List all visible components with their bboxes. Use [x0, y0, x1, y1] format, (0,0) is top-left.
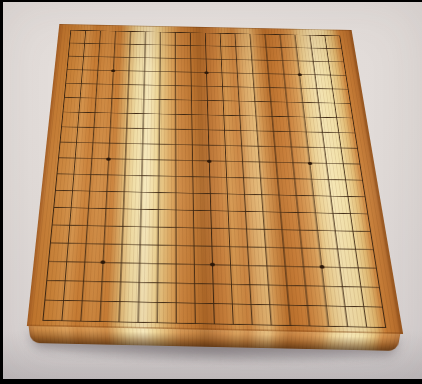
intersection-f8[interactable] [133, 184, 151, 201]
intersection-l6[interactable] [220, 220, 238, 238]
intersection-n4[interactable] [257, 256, 277, 275]
intersection-d5[interactable] [95, 235, 114, 254]
intersection-q5[interactable] [310, 239, 330, 258]
intersection-t9[interactable] [353, 172, 373, 189]
intersection-o18[interactable] [258, 41, 274, 54]
intersection-f2[interactable] [129, 292, 148, 312]
intersection-f19[interactable] [138, 25, 153, 38]
intersection-l10[interactable] [217, 153, 234, 169]
intersection-k14[interactable] [199, 93, 215, 108]
intersection-n13[interactable] [248, 109, 265, 124]
intersection-k8[interactable] [201, 185, 219, 202]
intersection-o2[interactable] [278, 295, 299, 315]
intersection-a5[interactable] [40, 234, 60, 253]
intersection-a15[interactable] [57, 76, 74, 90]
intersection-o4[interactable] [275, 257, 295, 276]
intersection-c5[interactable] [77, 234, 96, 253]
intersection-a4[interactable] [38, 252, 58, 271]
intersection-g14[interactable] [152, 92, 168, 107]
intersection-t7[interactable] [358, 205, 378, 223]
intersection-p7[interactable] [288, 204, 307, 222]
intersection-n1[interactable] [261, 315, 282, 334]
intersection-m7[interactable] [236, 203, 254, 221]
intersection-l17[interactable] [213, 53, 229, 67]
intersection-j5[interactable] [185, 237, 203, 256]
intersection-t16[interactable] [337, 68, 355, 82]
intersection-b18[interactable] [77, 37, 93, 50]
intersection-h14[interactable] [168, 93, 184, 108]
intersection-k4[interactable] [203, 255, 222, 274]
intersection-a9[interactable] [48, 166, 67, 183]
intersection-n8[interactable] [253, 186, 271, 203]
intersection-l18[interactable] [213, 40, 229, 53]
intersection-d13[interactable] [103, 106, 120, 121]
intersection-h5[interactable] [167, 236, 185, 255]
intersection-a14[interactable] [56, 90, 73, 105]
intersection-h2[interactable] [167, 293, 186, 313]
intersection-l14[interactable] [215, 94, 232, 109]
intersection-m5[interactable] [238, 238, 257, 257]
intersection-h8[interactable] [167, 184, 184, 201]
intersection-d8[interactable] [98, 183, 116, 200]
intersection-j14[interactable] [183, 93, 199, 108]
intersection-a2[interactable] [34, 290, 55, 310]
intersection-a3[interactable] [36, 271, 56, 291]
intersection-t18[interactable] [333, 42, 350, 55]
intersection-l13[interactable] [216, 108, 233, 123]
intersection-d14[interactable] [104, 91, 121, 106]
intersection-l8[interactable] [218, 185, 236, 202]
intersection-m4[interactable] [239, 256, 258, 275]
intersection-f10[interactable] [134, 151, 151, 167]
intersection-o3[interactable] [277, 276, 297, 296]
intersection-m14[interactable] [231, 94, 248, 109]
intersection-m3[interactable] [240, 275, 260, 295]
intersection-n2[interactable] [260, 295, 280, 315]
intersection-p19[interactable] [272, 28, 288, 41]
intersection-b2[interactable] [53, 290, 73, 310]
intersection-g5[interactable] [149, 236, 167, 255]
intersection-k16[interactable] [199, 66, 215, 80]
intersection-e10[interactable] [117, 151, 134, 167]
intersection-t12[interactable] [346, 125, 365, 140]
intersection-o15[interactable] [261, 80, 278, 94]
intersection-j6[interactable] [185, 219, 203, 237]
intersection-g16[interactable] [152, 65, 168, 79]
intersection-h11[interactable] [167, 137, 184, 153]
intersection-p1[interactable] [299, 316, 320, 334]
intersection-k18[interactable] [198, 39, 214, 52]
intersection-g2[interactable] [148, 292, 167, 312]
intersection-g12[interactable] [151, 121, 167, 136]
intersection-q10[interactable] [300, 155, 319, 171]
intersection-h7[interactable] [167, 201, 185, 219]
intersection-l19[interactable] [212, 27, 228, 40]
intersection-a17[interactable] [60, 49, 77, 63]
intersection-d11[interactable] [101, 135, 118, 151]
intersection-q2[interactable] [316, 296, 337, 316]
intersection-t6[interactable] [360, 223, 381, 241]
intersection-g6[interactable] [149, 218, 167, 236]
intersection-j16[interactable] [183, 65, 199, 79]
intersection-e13[interactable] [119, 106, 136, 121]
intersection-k13[interactable] [200, 108, 217, 123]
intersection-o11[interactable] [266, 139, 284, 155]
intersection-k10[interactable] [201, 153, 218, 169]
intersection-d18[interactable] [107, 37, 123, 50]
intersection-q19[interactable] [287, 28, 303, 41]
intersection-p2[interactable] [297, 296, 318, 316]
intersection-j9[interactable] [184, 168, 201, 185]
intersection-j19[interactable] [183, 26, 198, 39]
intersection-d17[interactable] [106, 50, 122, 64]
intersection-m8[interactable] [236, 186, 254, 203]
intersection-n5[interactable] [256, 238, 275, 257]
intersection-k7[interactable] [202, 202, 220, 220]
intersection-e11[interactable] [117, 136, 134, 152]
intersection-b8[interactable] [63, 182, 82, 199]
intersection-e14[interactable] [120, 92, 136, 107]
intersection-p8[interactable] [287, 187, 306, 204]
intersection-n3[interactable] [259, 275, 279, 295]
intersection-t1[interactable] [375, 317, 397, 334]
intersection-l11[interactable] [217, 138, 234, 154]
intersection-h19[interactable] [168, 26, 183, 39]
intersection-e7[interactable] [114, 200, 132, 218]
intersection-q3[interactable] [314, 276, 335, 296]
intersection-b4[interactable] [57, 252, 77, 271]
intersection-e15[interactable] [120, 78, 136, 92]
intersection-h6[interactable] [167, 219, 185, 237]
intersection-p12[interactable] [281, 124, 299, 139]
intersection-o10[interactable] [267, 154, 285, 170]
intersection-g7[interactable] [150, 201, 168, 219]
intersection-q4[interactable] [312, 258, 332, 277]
intersection-j4[interactable] [185, 255, 204, 274]
intersection-o14[interactable] [262, 95, 279, 110]
intersection-c2[interactable] [72, 291, 92, 311]
intersection-c18[interactable] [92, 37, 108, 50]
intersection-l4[interactable] [221, 256, 240, 275]
intersection-g13[interactable] [151, 107, 167, 122]
intersection-f7[interactable] [132, 201, 150, 219]
intersection-o5[interactable] [274, 239, 294, 258]
intersection-c4[interactable] [75, 253, 94, 272]
intersection-c17[interactable] [91, 50, 107, 64]
intersection-l7[interactable] [219, 202, 237, 220]
intersection-t17[interactable] [335, 55, 352, 69]
intersection-t11[interactable] [348, 140, 367, 156]
intersection-m10[interactable] [234, 154, 252, 170]
intersection-k5[interactable] [203, 237, 222, 256]
intersection-a16[interactable] [59, 63, 76, 77]
intersection-e19[interactable] [123, 25, 138, 38]
intersection-c15[interactable] [89, 77, 106, 91]
intersection-c9[interactable] [82, 166, 100, 183]
intersection-a12[interactable] [53, 119, 71, 134]
intersection-h10[interactable] [167, 152, 184, 168]
intersection-c13[interactable] [86, 105, 103, 120]
intersection-a11[interactable] [51, 134, 69, 150]
intersection-l15[interactable] [214, 80, 230, 94]
intersection-m9[interactable] [235, 169, 253, 186]
intersection-d2[interactable] [91, 291, 111, 311]
intersection-l3[interactable] [222, 275, 241, 295]
intersection-c12[interactable] [85, 120, 102, 135]
intersection-o6[interactable] [272, 221, 291, 239]
intersection-d4[interactable] [93, 253, 112, 272]
intersection-f16[interactable] [136, 64, 152, 78]
intersection-h13[interactable] [167, 107, 183, 122]
intersection-f3[interactable] [130, 273, 149, 293]
intersection-c16[interactable] [90, 63, 106, 77]
intersection-j17[interactable] [183, 52, 199, 66]
intersection-t4[interactable] [366, 259, 387, 278]
intersection-q11[interactable] [299, 139, 317, 155]
intersection-p9[interactable] [285, 171, 304, 188]
intersection-b3[interactable] [55, 271, 75, 291]
intersection-d6[interactable] [96, 217, 115, 235]
intersection-f15[interactable] [136, 78, 152, 92]
intersection-c7[interactable] [79, 199, 98, 217]
intersection-j3[interactable] [185, 274, 204, 294]
intersection-k19[interactable] [198, 27, 213, 40]
intersection-m18[interactable] [228, 40, 244, 53]
intersection-d3[interactable] [92, 272, 112, 292]
intersection-k12[interactable] [200, 122, 217, 137]
intersection-n11[interactable] [249, 138, 267, 154]
intersection-m2[interactable] [241, 294, 261, 314]
intersection-g8[interactable] [150, 184, 167, 201]
intersection-p4[interactable] [293, 257, 313, 276]
intersection-b6[interactable] [60, 216, 79, 234]
intersection-l2[interactable] [223, 294, 243, 314]
intersection-p17[interactable] [274, 54, 291, 68]
intersection-t5[interactable] [363, 240, 384, 259]
intersection-h12[interactable] [167, 122, 183, 137]
intersection-o8[interactable] [270, 187, 289, 204]
intersection-c10[interactable] [83, 150, 101, 166]
intersection-b14[interactable] [72, 91, 89, 106]
intersection-d10[interactable] [100, 151, 118, 167]
intersection-e6[interactable] [114, 217, 132, 235]
intersection-f12[interactable] [135, 121, 152, 136]
intersection-q13[interactable] [295, 110, 313, 125]
intersection-q9[interactable] [302, 171, 321, 188]
intersection-e18[interactable] [122, 38, 138, 51]
intersection-c3[interactable] [74, 271, 94, 291]
intersection-b11[interactable] [68, 135, 86, 151]
intersection-f11[interactable] [134, 136, 151, 152]
intersection-b12[interactable] [69, 120, 87, 135]
intersection-o17[interactable] [259, 54, 275, 68]
intersection-e3[interactable] [111, 272, 130, 292]
intersection-n10[interactable] [251, 154, 269, 170]
intersection-h3[interactable] [167, 273, 186, 293]
intersection-g10[interactable] [150, 152, 167, 168]
intersection-j10[interactable] [184, 152, 201, 168]
intersection-q6[interactable] [308, 221, 328, 239]
intersection-j13[interactable] [184, 107, 200, 122]
intersection-c19[interactable] [93, 24, 109, 37]
intersection-n16[interactable] [245, 67, 261, 81]
intersection-f9[interactable] [133, 167, 150, 184]
intersection-h4[interactable] [167, 255, 185, 274]
intersection-o9[interactable] [268, 170, 286, 187]
intersection-k6[interactable] [202, 219, 220, 237]
intersection-b15[interactable] [73, 77, 90, 91]
intersection-o1[interactable] [280, 315, 301, 334]
intersection-k11[interactable] [200, 137, 217, 153]
intersection-f6[interactable] [131, 218, 149, 236]
intersection-t13[interactable] [343, 111, 361, 126]
intersection-l5[interactable] [220, 237, 239, 256]
intersection-p15[interactable] [277, 81, 294, 95]
intersection-j7[interactable] [184, 202, 202, 220]
intersection-c8[interactable] [81, 183, 99, 200]
intersection-q18[interactable] [288, 41, 305, 54]
intersection-p5[interactable] [292, 239, 312, 258]
intersection-g19[interactable] [153, 26, 168, 39]
intersection-j2[interactable] [185, 293, 204, 313]
intersection-n15[interactable] [246, 80, 263, 94]
intersection-a18[interactable] [61, 36, 77, 49]
intersection-f5[interactable] [131, 236, 149, 255]
intersection-n19[interactable] [242, 28, 258, 41]
intersection-h18[interactable] [168, 39, 183, 52]
intersection-g17[interactable] [152, 51, 167, 65]
intersection-n18[interactable] [243, 40, 259, 53]
intersection-n14[interactable] [247, 94, 264, 109]
intersection-k15[interactable] [199, 79, 215, 93]
intersection-h17[interactable] [168, 52, 183, 66]
intersection-n17[interactable] [244, 53, 260, 67]
intersection-j8[interactable] [184, 185, 201, 202]
intersection-d9[interactable] [99, 167, 117, 184]
intersection-l16[interactable] [214, 66, 230, 80]
intersection-h9[interactable] [167, 168, 184, 185]
intersection-f17[interactable] [137, 51, 153, 65]
intersection-b10[interactable] [66, 150, 84, 166]
intersection-o13[interactable] [263, 109, 280, 124]
intersection-p3[interactable] [295, 276, 315, 296]
intersection-m17[interactable] [229, 53, 245, 67]
intersection-b5[interactable] [58, 234, 77, 253]
intersection-g18[interactable] [153, 38, 168, 51]
intersection-c14[interactable] [88, 91, 105, 106]
intersection-t2[interactable] [372, 297, 394, 317]
intersection-a8[interactable] [46, 182, 65, 199]
intersection-h15[interactable] [168, 79, 184, 93]
intersection-o19[interactable] [257, 28, 273, 41]
intersection-d16[interactable] [105, 64, 121, 78]
intersection-e16[interactable] [121, 64, 137, 78]
intersection-m19[interactable] [227, 27, 243, 40]
intersection-e8[interactable] [115, 183, 133, 200]
intersection-g11[interactable] [151, 136, 168, 152]
intersection-p14[interactable] [278, 95, 295, 110]
intersection-o7[interactable] [271, 203, 290, 221]
intersection-q16[interactable] [291, 67, 308, 81]
intersection-q17[interactable] [289, 54, 306, 68]
intersection-p6[interactable] [290, 221, 309, 239]
intersection-b9[interactable] [65, 166, 83, 183]
intersection-m13[interactable] [232, 108, 249, 123]
intersection-p13[interactable] [279, 109, 297, 124]
intersection-g3[interactable] [148, 273, 167, 293]
intersection-d19[interactable] [108, 25, 124, 38]
intersection-k3[interactable] [204, 274, 223, 294]
intersection-m12[interactable] [232, 123, 249, 138]
intersection-e4[interactable] [112, 253, 131, 272]
intersection-d15[interactable] [104, 77, 120, 91]
intersection-q14[interactable] [294, 95, 312, 110]
intersection-t14[interactable] [341, 96, 359, 111]
intersection-q15[interactable] [292, 81, 309, 95]
intersection-n9[interactable] [252, 170, 270, 187]
intersection-d12[interactable] [102, 120, 119, 135]
intersection-m15[interactable] [230, 80, 247, 94]
intersection-n7[interactable] [254, 203, 273, 221]
intersection-a19[interactable] [63, 24, 79, 37]
intersection-g4[interactable] [149, 254, 167, 273]
intersection-f13[interactable] [135, 106, 151, 121]
intersection-h16[interactable] [168, 65, 184, 79]
intersection-n6[interactable] [255, 220, 274, 238]
intersection-m11[interactable] [233, 138, 250, 154]
intersection-t3[interactable] [369, 278, 391, 298]
intersection-b7[interactable] [62, 199, 81, 217]
intersection-a13[interactable] [54, 105, 72, 120]
intersection-j18[interactable] [183, 39, 198, 52]
intersection-b17[interactable] [75, 50, 91, 64]
intersection-p10[interactable] [284, 155, 302, 171]
intersection-t19[interactable] [331, 29, 348, 42]
intersection-o16[interactable] [260, 67, 277, 81]
intersection-j11[interactable] [184, 137, 201, 153]
intersection-k9[interactable] [201, 169, 218, 186]
intersection-c11[interactable] [84, 135, 102, 151]
intersection-t10[interactable] [350, 156, 369, 172]
intersection-l12[interactable] [216, 123, 233, 138]
intersection-t15[interactable] [339, 82, 357, 96]
intersection-c6[interactable] [78, 217, 97, 235]
intersection-e17[interactable] [122, 51, 138, 65]
intersection-q8[interactable] [304, 187, 323, 204]
intersection-q7[interactable] [306, 204, 325, 222]
intersection-f18[interactable] [137, 38, 152, 51]
intersection-g9[interactable] [150, 168, 167, 185]
intersection-f14[interactable] [136, 92, 152, 107]
intersection-n12[interactable] [248, 123, 265, 138]
intersection-m16[interactable] [229, 66, 245, 80]
intersection-e12[interactable] [118, 121, 135, 136]
intersection-f4[interactable] [130, 254, 149, 273]
intersection-g15[interactable] [152, 78, 168, 92]
intersection-l9[interactable] [218, 169, 236, 186]
intersection-t8[interactable] [355, 188, 375, 205]
intersection-b16[interactable] [74, 63, 91, 77]
intersection-k17[interactable] [198, 52, 214, 66]
intersection-j12[interactable] [184, 122, 201, 137]
intersection-d7[interactable] [97, 200, 115, 218]
intersection-o12[interactable] [265, 124, 283, 139]
intersection-j15[interactable] [183, 79, 199, 93]
intersection-p16[interactable] [276, 67, 293, 81]
intersection-a10[interactable] [49, 150, 67, 166]
intersection-m6[interactable] [237, 220, 256, 238]
intersection-e9[interactable] [116, 167, 134, 184]
